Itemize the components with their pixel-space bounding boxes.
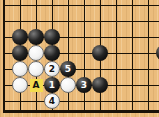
stone-black-B5 — [12, 45, 28, 61]
grid-vline-E — [68, 0, 69, 113]
stone-white-D4-move2: 2 — [44, 61, 60, 77]
grid-hline-2 — [3, 101, 159, 102]
grid-hline-8 — [3, 5, 159, 6]
grid-vline-H — [116, 0, 117, 113]
stone-black-E4-move5: 5 — [60, 61, 76, 77]
stone-black-D5 — [44, 45, 60, 61]
stone-white-D2-move4: 4 — [44, 93, 60, 109]
stone-black-D6 — [44, 29, 60, 45]
stone-white-C4 — [28, 61, 44, 77]
stone-white-E3 — [60, 77, 76, 93]
grid-vline-F — [84, 0, 85, 113]
stone-white-B4 — [12, 61, 28, 77]
grid-vline-K — [148, 0, 149, 113]
stone-black-G3 — [92, 77, 108, 93]
stone-black-B6 — [12, 29, 28, 45]
stone-white-B3 — [12, 77, 28, 93]
point-label-A: A — [30, 79, 43, 92]
go-board[interactable]: 25134A — [0, 0, 159, 117]
board-bottom-edge-line — [3, 110, 159, 113]
stone-black-L5 — [156, 45, 159, 61]
stone-black-G5 — [92, 45, 108, 61]
board-left-edge-line — [3, 0, 5, 113]
grid-hline-7 — [3, 21, 159, 22]
stone-black-D3-move1: 1 — [44, 77, 60, 93]
stone-white-C5 — [28, 45, 44, 61]
go-diagram-screenshot: 25134A — [0, 0, 159, 117]
stone-black-F3-move3: 3 — [76, 77, 92, 93]
stone-black-C6 — [28, 29, 44, 45]
grid-vline-J — [132, 0, 133, 113]
